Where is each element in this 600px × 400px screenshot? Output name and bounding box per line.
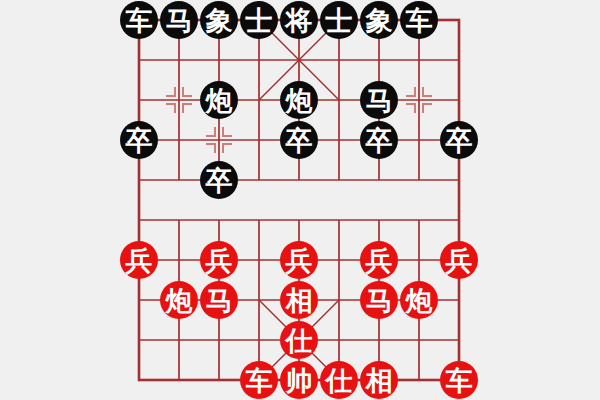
piece-black-cannon[interactable]: 炮 — [280, 81, 318, 119]
piece-red-soldier[interactable]: 兵 — [120, 241, 158, 279]
pieces-layer: 车马象士将士象车炮炮马卒卒卒卒卒兵兵兵兵兵炮马相马炮仕车帅仕相车 — [119, 0, 479, 400]
piece-black-horse[interactable]: 马 — [160, 1, 198, 39]
piece-red-cannon[interactable]: 炮 — [400, 281, 438, 319]
piece-red-soldier[interactable]: 兵 — [440, 241, 478, 279]
piece-red-elephant[interactable]: 相 — [360, 361, 398, 399]
piece-red-general[interactable]: 帅 — [280, 361, 318, 399]
piece-red-elephant[interactable]: 相 — [280, 281, 318, 319]
piece-red-chariot[interactable]: 车 — [440, 361, 478, 399]
piece-red-chariot[interactable]: 车 — [240, 361, 278, 399]
piece-black-elephant[interactable]: 象 — [360, 1, 398, 39]
piece-red-advisor[interactable]: 仕 — [320, 361, 358, 399]
piece-red-soldier[interactable]: 兵 — [280, 241, 318, 279]
piece-black-soldier[interactable]: 卒 — [440, 121, 478, 159]
piece-black-soldier[interactable]: 卒 — [200, 161, 238, 199]
piece-black-soldier[interactable]: 卒 — [360, 121, 398, 159]
piece-black-soldier[interactable]: 卒 — [120, 121, 158, 159]
piece-red-advisor[interactable]: 仕 — [280, 321, 318, 359]
piece-black-cannon[interactable]: 炮 — [200, 81, 238, 119]
piece-black-elephant[interactable]: 象 — [200, 1, 238, 39]
piece-black-general[interactable]: 将 — [280, 1, 318, 39]
piece-red-horse[interactable]: 马 — [200, 281, 238, 319]
piece-black-advisor[interactable]: 士 — [240, 1, 278, 39]
piece-red-horse[interactable]: 马 — [360, 281, 398, 319]
piece-black-chariot[interactable]: 车 — [120, 1, 158, 39]
piece-black-soldier[interactable]: 卒 — [280, 121, 318, 159]
piece-red-soldier[interactable]: 兵 — [360, 241, 398, 279]
piece-red-cannon[interactable]: 炮 — [160, 281, 198, 319]
piece-black-horse[interactable]: 马 — [360, 81, 398, 119]
piece-black-chariot[interactable]: 车 — [400, 1, 438, 39]
piece-black-advisor[interactable]: 士 — [320, 1, 358, 39]
xiangqi-board: 车马象士将士象车炮炮马卒卒卒卒卒兵兵兵兵兵炮马相马炮仕车帅仕相车 — [0, 0, 600, 400]
piece-red-soldier[interactable]: 兵 — [200, 241, 238, 279]
